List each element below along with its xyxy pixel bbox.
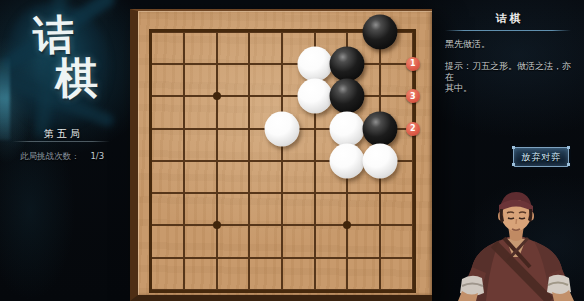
board-intersection[interactable]: [135, 112, 168, 144]
board-intersection[interactable]: [331, 80, 364, 112]
board-intersection[interactable]: [200, 16, 233, 48]
board-intersection[interactable]: [135, 80, 168, 112]
game-screen: 诘 棋 第五局 此局挑战次数： 1/3 132 诘棋 黑先做活。 提示：刀五之形…: [0, 0, 584, 301]
board-intersection[interactable]: [135, 242, 168, 274]
board-intersection[interactable]: [364, 274, 397, 301]
board-intersection[interactable]: [266, 242, 299, 274]
board-intersection[interactable]: [200, 112, 233, 144]
board-intersection[interactable]: [200, 145, 233, 177]
board-intersection[interactable]: [233, 242, 266, 274]
board-intersection[interactable]: [364, 209, 397, 241]
board-intersection[interactable]: [135, 274, 168, 301]
star-point: [343, 221, 351, 229]
board-intersection[interactable]: [233, 274, 266, 301]
board-intersection[interactable]: [266, 48, 299, 80]
board-intersection[interactable]: [397, 16, 430, 48]
star-point: [213, 92, 221, 100]
board-intersection[interactable]: [298, 80, 331, 112]
puzzle-panel-title: 诘棋: [445, 11, 571, 26]
board-intersection[interactable]: [266, 16, 299, 48]
board-intersection[interactable]: [168, 274, 201, 301]
black-stone: [363, 111, 398, 146]
board-intersection[interactable]: [397, 242, 430, 274]
board-intersection[interactable]: [168, 145, 201, 177]
black-stone: [330, 46, 365, 81]
board-intersection[interactable]: [298, 209, 331, 241]
move-marker: 3: [406, 89, 420, 103]
board-intersection[interactable]: [298, 112, 331, 144]
board-intersection[interactable]: [168, 112, 201, 144]
board-intersection[interactable]: [298, 274, 331, 301]
board-intersection[interactable]: [135, 48, 168, 80]
board-intersection[interactable]: [298, 145, 331, 177]
puzzle-hint-text: 提示：刀五之形。做活之法，亦在 其中。: [445, 61, 571, 94]
round-label: 第五局: [0, 127, 124, 141]
board-intersection[interactable]: [364, 16, 397, 48]
board-intersection[interactable]: [397, 274, 430, 301]
board-intersection[interactable]: [364, 242, 397, 274]
attempts-label: 此局挑战次数：: [20, 151, 80, 163]
puzzle-objective-text: 黑先做活。: [445, 38, 571, 51]
board-intersection[interactable]: [331, 177, 364, 209]
board-intersection[interactable]: [364, 80, 397, 112]
move-marker: 1: [406, 57, 420, 71]
board-intersection[interactable]: [266, 145, 299, 177]
board-intersection[interactable]: [200, 48, 233, 80]
board-intersection[interactable]: [233, 177, 266, 209]
board-intersection[interactable]: [266, 112, 299, 144]
white-stone: [265, 111, 300, 146]
hint-line-2: 其中。: [445, 83, 472, 93]
star-point: [213, 221, 221, 229]
calligraphy-title-char-1: 诘: [32, 14, 74, 56]
board-intersection[interactable]: [233, 209, 266, 241]
npc-portrait: [450, 181, 584, 301]
board-intersection[interactable]: [298, 242, 331, 274]
board-intersection[interactable]: [364, 145, 397, 177]
board-intersection[interactable]: [298, 16, 331, 48]
board-intersection[interactable]: 1: [397, 48, 430, 80]
board-intersection[interactable]: [331, 145, 364, 177]
left-panel-divider: [12, 141, 110, 142]
board-intersection[interactable]: [266, 209, 299, 241]
black-stone: [330, 79, 365, 114]
board-intersection[interactable]: [331, 112, 364, 144]
white-stone: [363, 143, 398, 178]
board-intersection[interactable]: [200, 209, 233, 241]
board-intersection[interactable]: [200, 242, 233, 274]
board-intersection[interactable]: [266, 80, 299, 112]
board-intersection[interactable]: [135, 209, 168, 241]
board-intersection[interactable]: [364, 177, 397, 209]
move-marker: 2: [406, 122, 420, 136]
white-stone: [297, 46, 332, 81]
board-intersection[interactable]: [168, 48, 201, 80]
board-intersection[interactable]: [331, 242, 364, 274]
board-intersection[interactable]: [135, 177, 168, 209]
board-intersection[interactable]: [331, 209, 364, 241]
board-intersection[interactable]: [168, 209, 201, 241]
board-intersection[interactable]: [200, 274, 233, 301]
board-intersection[interactable]: 2: [397, 112, 430, 144]
board-intersection[interactable]: 3: [397, 80, 430, 112]
board-intersection[interactable]: [200, 80, 233, 112]
board-intersection[interactable]: [266, 177, 299, 209]
hint-line-1: 提示：刀五之形。做活之法，亦在: [445, 61, 571, 82]
white-stone: [330, 143, 365, 178]
white-stone: [330, 111, 365, 146]
black-stone: [363, 14, 398, 49]
white-stone: [297, 79, 332, 114]
forfeit-game-button[interactable]: 放弃对弈: [513, 147, 569, 167]
board-intersection[interactable]: [331, 16, 364, 48]
board-intersection[interactable]: [200, 177, 233, 209]
board-intersection[interactable]: [233, 16, 266, 48]
board-intersection[interactable]: [331, 48, 364, 80]
board-intersection[interactable]: [397, 209, 430, 241]
attempts-row: 此局挑战次数： 1/3: [0, 151, 124, 163]
title-divider: [445, 30, 571, 31]
board-intersection[interactable]: [364, 48, 397, 80]
attempts-value: 1/3: [90, 151, 104, 163]
board-intersection[interactable]: [233, 145, 266, 177]
board-intersection[interactable]: [233, 80, 266, 112]
board-intersection[interactable]: [168, 80, 201, 112]
board-intersection[interactable]: [331, 274, 364, 301]
board-intersection[interactable]: [298, 48, 331, 80]
board-intersection[interactable]: [364, 112, 397, 144]
board-intersection[interactable]: [168, 242, 201, 274]
puzzle-info-panel: 诘棋 黑先做活。 提示：刀五之形。做活之法，亦在 其中。: [445, 11, 571, 94]
board-intersection[interactable]: [298, 177, 331, 209]
board-intersection[interactable]: [135, 145, 168, 177]
go-board: 132: [135, 16, 429, 301]
board-intersection[interactable]: [397, 145, 430, 177]
board-intersection[interactable]: [233, 112, 266, 144]
board-intersection[interactable]: [397, 177, 430, 209]
board-intersection[interactable]: [168, 16, 201, 48]
board-intersection[interactable]: [135, 16, 168, 48]
board-intersection[interactable]: [233, 48, 266, 80]
board-intersection[interactable]: [168, 177, 201, 209]
board-intersection[interactable]: [266, 274, 299, 301]
calligraphy-title-char-2: 棋: [55, 57, 99, 101]
